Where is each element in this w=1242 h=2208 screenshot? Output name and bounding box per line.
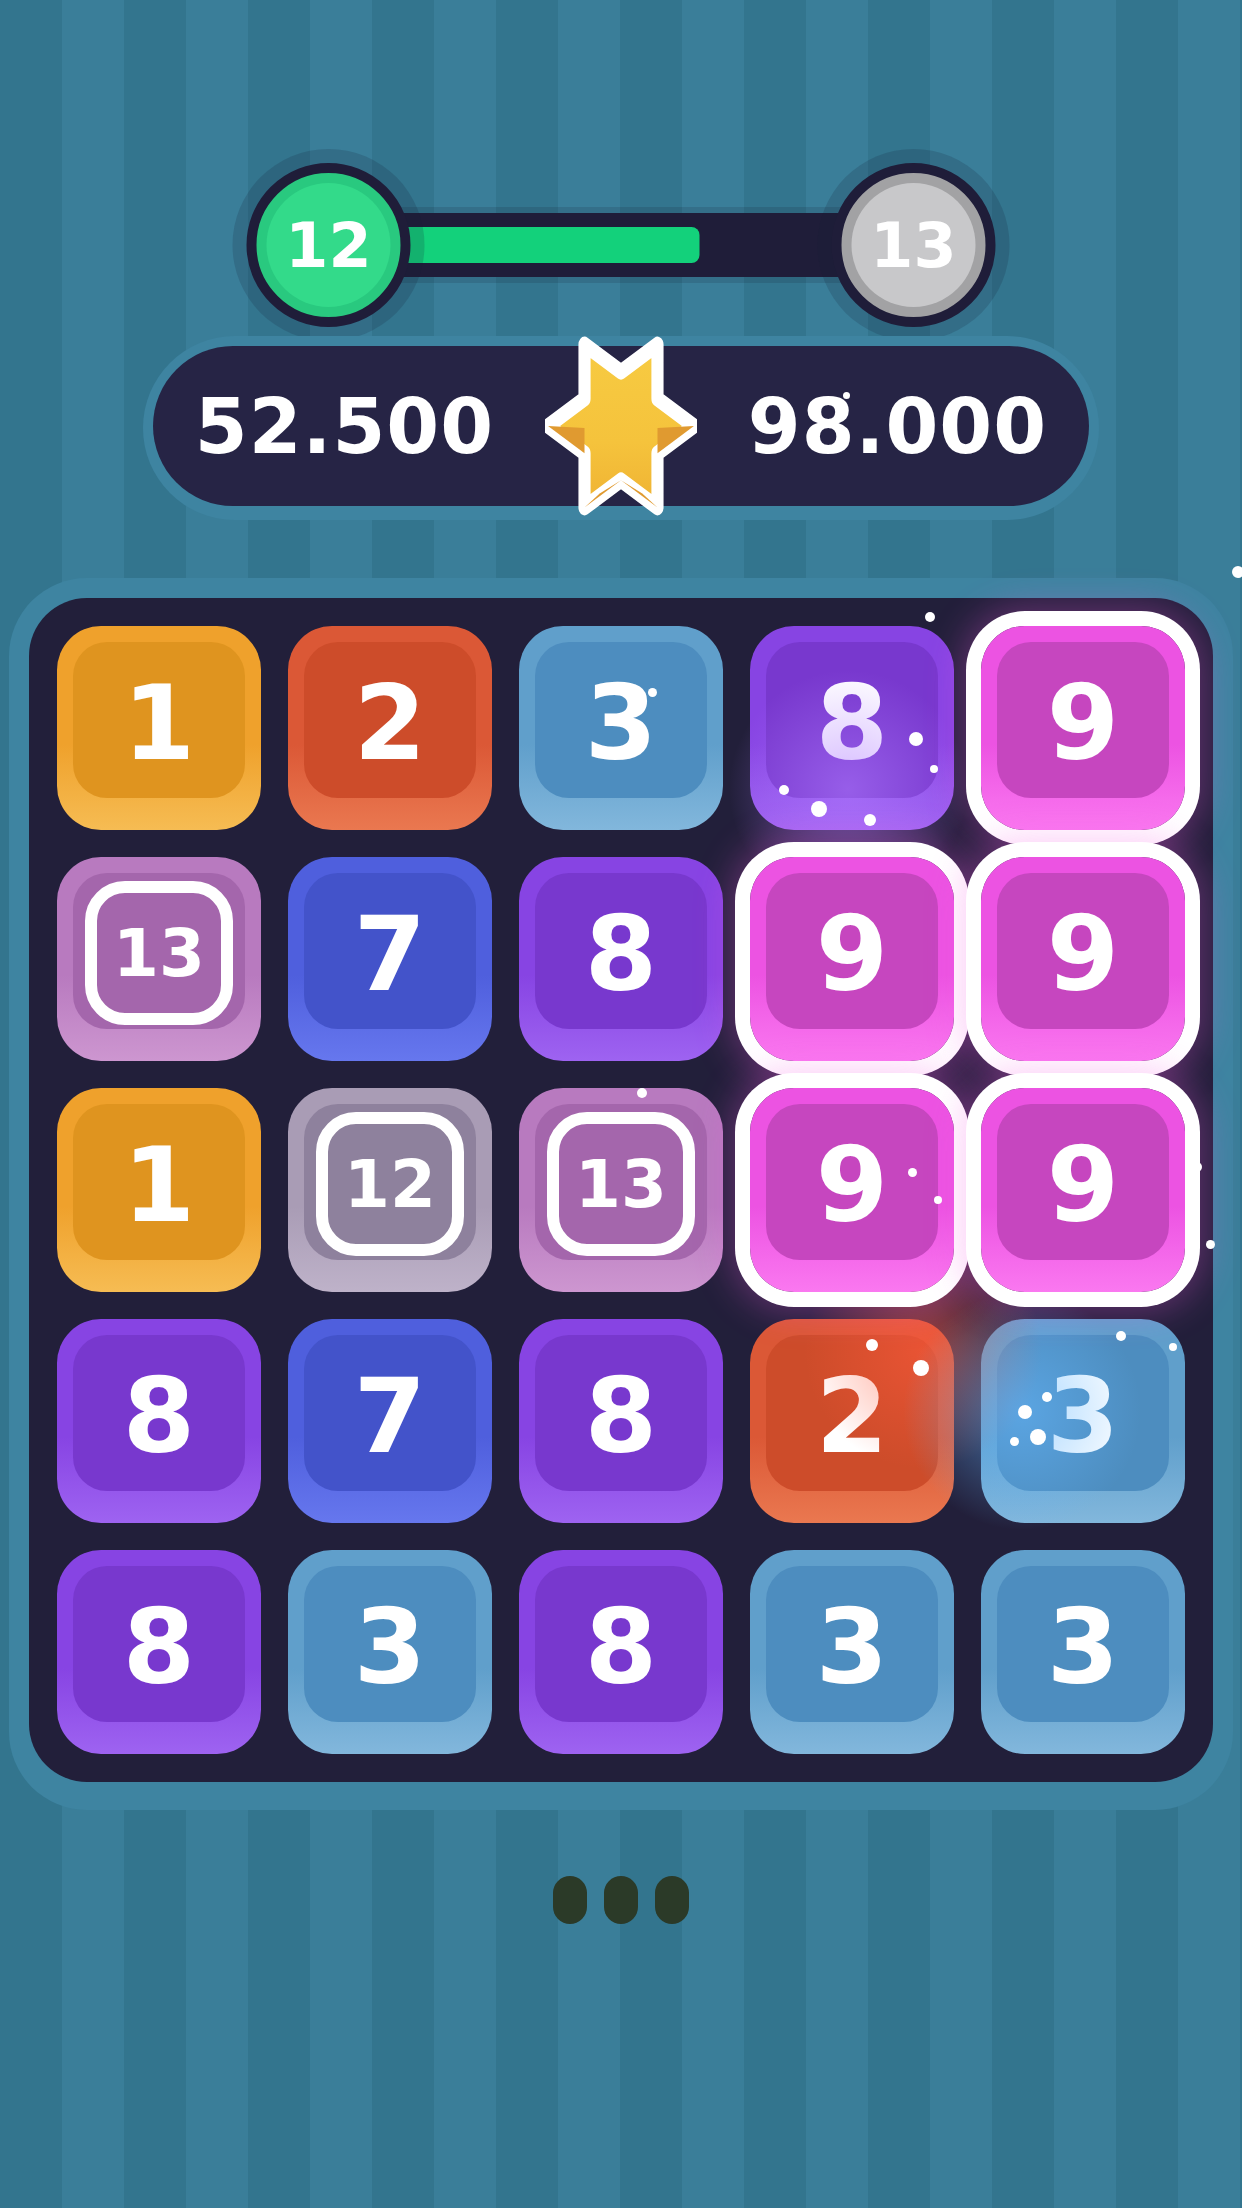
tile-r1c4-value-8[interactable]: 8 [750, 626, 954, 830]
tile-r3c4-value-9[interactable]: 9 [750, 1088, 954, 1292]
sparkle-dot [1116, 1331, 1126, 1341]
tile-r2c5-value-9[interactable]: 9 [981, 857, 1185, 1061]
tile-number: 12 [288, 1088, 492, 1282]
tile-r5c4-value-3[interactable]: 3 [750, 1550, 954, 1754]
tile-r1c5-value-9[interactable]: 9 [981, 626, 1185, 830]
sparkle-dot [1018, 1405, 1032, 1419]
background-sparkle-dot [1192, 1162, 1202, 1172]
tile-number: 2 [750, 1319, 954, 1513]
sparkle-dot [913, 1360, 929, 1376]
current-level-number: 12 [285, 209, 371, 282]
tile-number: 7 [288, 1319, 492, 1513]
tile-number: 9 [750, 1088, 954, 1282]
tile-number: 8 [57, 1550, 261, 1744]
sparkle-dot [1010, 1437, 1019, 1446]
background-sparkle-dot [1206, 1240, 1215, 1249]
tile-r4c5-value-3[interactable]: 3 [981, 1319, 1185, 1523]
background-sparkle-dot [1232, 566, 1242, 578]
tile-number: 8 [57, 1319, 261, 1513]
sparkle-dot [930, 765, 938, 773]
tile-r3c1-value-1[interactable]: 1 [57, 1088, 261, 1292]
tile-number: 3 [981, 1550, 1185, 1744]
tile-r5c1-value-8[interactable]: 8 [57, 1550, 261, 1754]
progress-track [329, 213, 914, 277]
game-board: 1238913789911213998782383833 [29, 598, 1213, 1782]
tile-number: 9 [981, 1088, 1185, 1282]
tile-r1c1-value-1[interactable]: 1 [57, 626, 261, 830]
tile-r3c2-value-12[interactable]: 12 [288, 1088, 492, 1292]
tile-number: 8 [519, 1550, 723, 1744]
tile-r4c1-value-8[interactable]: 8 [57, 1319, 261, 1523]
tile-r2c2-value-7[interactable]: 7 [288, 857, 492, 1061]
tile-number: 9 [981, 857, 1185, 1051]
tile-number: 2 [288, 626, 492, 820]
tile-r5c5-value-3[interactable]: 3 [981, 1550, 1185, 1754]
tile-number: 8 [519, 857, 723, 1051]
tile-r1c3-value-3[interactable]: 3 [519, 626, 723, 830]
tile-number: 13 [57, 857, 261, 1051]
tile-r4c4-value-2[interactable]: 2 [750, 1319, 954, 1523]
tile-number: 1 [57, 1088, 261, 1282]
target-score: 98.000 [706, 382, 1089, 471]
current-score: 52.500 [153, 382, 536, 471]
tile-number: 9 [750, 857, 954, 1051]
tile-r3c3-value-13[interactable]: 13 [519, 1088, 723, 1292]
tile-number: 8 [519, 1319, 723, 1513]
tile-r5c2-value-3[interactable]: 3 [288, 1550, 492, 1754]
tile-r2c4-value-9[interactable]: 9 [750, 857, 954, 1061]
tile-number: 7 [288, 857, 492, 1051]
score-panel: 52.500 98.000 [143, 336, 1099, 520]
sparkle-dot [1030, 1429, 1046, 1445]
tile-number: 1 [57, 626, 261, 820]
sparkle-dot [779, 785, 789, 795]
background-sparkle-dot [934, 1196, 942, 1204]
tile-number: 3 [750, 1550, 954, 1744]
tile-r2c3-value-8[interactable]: 8 [519, 857, 723, 1061]
tile-r3c5-value-9[interactable]: 9 [981, 1088, 1185, 1292]
page-dot-2[interactable] [604, 1876, 638, 1924]
background-sparkle-dot [843, 392, 850, 399]
tile-number: 3 [981, 1319, 1185, 1513]
board-frame: 1238913789911213998782383833 [9, 578, 1233, 1810]
tile-number: 3 [519, 626, 723, 820]
tile-r4c2-value-7[interactable]: 7 [288, 1319, 492, 1523]
tile-number: 3 [288, 1550, 492, 1744]
background-sparkle-dot [908, 1168, 917, 1177]
next-level-number: 13 [870, 209, 956, 282]
next-level-badge: 13 [832, 163, 996, 327]
tile-grid: 1238913789911213998782383833 [57, 626, 1185, 1754]
page-dot-1[interactable] [553, 1876, 587, 1924]
tile-number: 13 [519, 1088, 723, 1282]
tile-r5c3-value-8[interactable]: 8 [519, 1550, 723, 1754]
page-dot-3[interactable] [655, 1876, 689, 1924]
star-icon [536, 346, 706, 506]
tile-r4c3-value-8[interactable]: 8 [519, 1319, 723, 1523]
game-screen: { "game": "number-merge-puzzle (merge eq… [0, 0, 1242, 2208]
sparkle-dot [864, 814, 876, 826]
level-progress-bar: 12 13 [247, 163, 996, 327]
tile-number: 9 [981, 626, 1185, 820]
background-sparkle-dot [648, 688, 657, 697]
current-level-badge: 12 [247, 163, 411, 327]
page-indicator [553, 1876, 689, 1924]
background-sparkle-dot [925, 612, 935, 622]
score-pill: 52.500 98.000 [153, 346, 1089, 506]
tile-r2c1-value-13[interactable]: 13 [57, 857, 261, 1061]
tile-r1c2-value-2[interactable]: 2 [288, 626, 492, 830]
